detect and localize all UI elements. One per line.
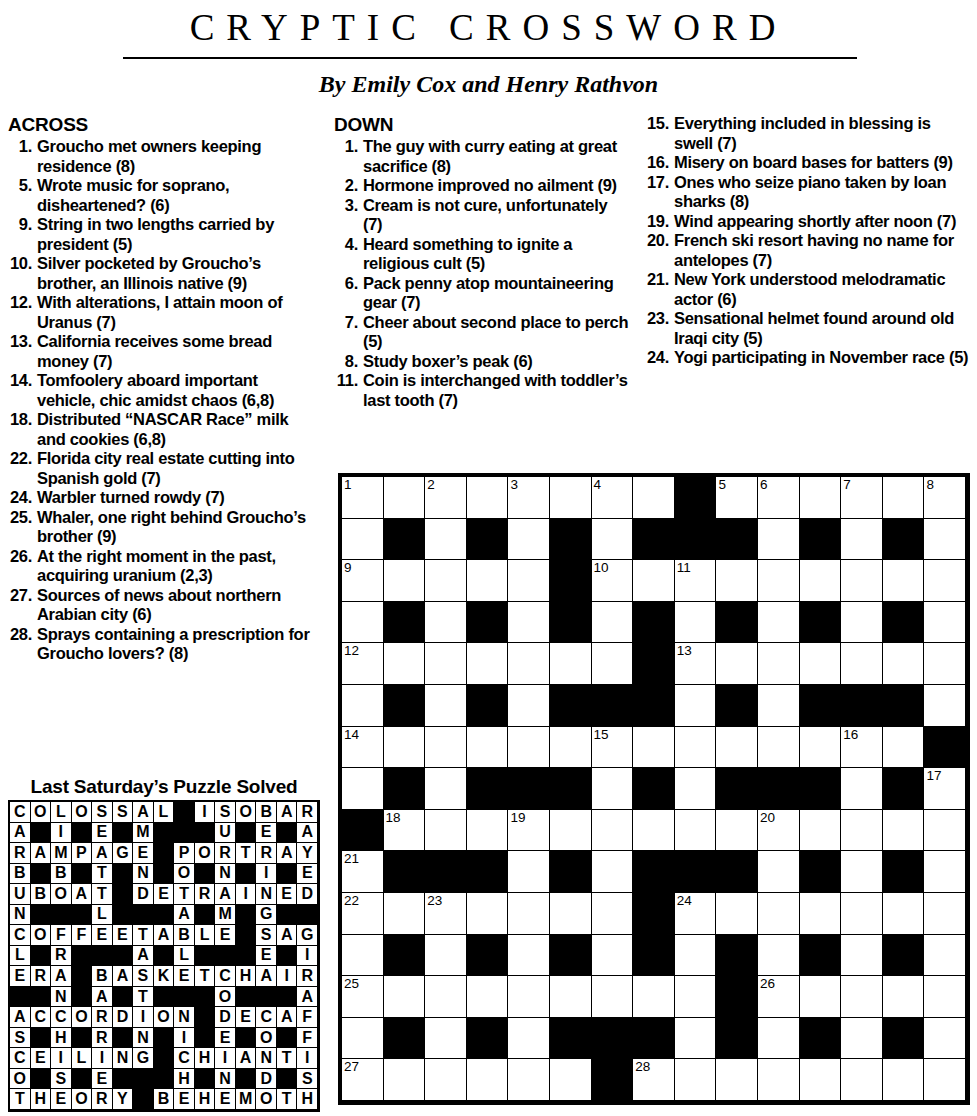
solved-cell-letter: A (215, 884, 236, 905)
puzzle-cell[interactable] (716, 810, 758, 852)
puzzle-cell[interactable]: 20 (758, 810, 800, 852)
solved-cell-letter: S (51, 1069, 72, 1090)
solved-cell-letter: P (174, 843, 195, 864)
puzzle-cell[interactable] (592, 851, 634, 893)
puzzle-cell-black (716, 768, 758, 810)
solved-cell-black (154, 1028, 175, 1049)
puzzle-cell[interactable] (508, 976, 550, 1018)
puzzle-cell[interactable]: 23 (425, 893, 467, 935)
puzzle-cell[interactable] (384, 727, 426, 769)
puzzle-cell[interactable]: 4 (592, 477, 634, 519)
puzzle-cell[interactable] (384, 893, 426, 935)
solved-cell-letter: T (92, 864, 113, 885)
puzzle-cell[interactable] (883, 727, 925, 769)
puzzle-cell[interactable] (384, 976, 426, 1018)
clue: 18.Distributed “NASCAR Race” milk and co… (8, 410, 310, 449)
puzzle-cell[interactable] (425, 519, 467, 561)
cell-number: 13 (677, 644, 692, 658)
puzzle-cell[interactable] (924, 643, 966, 685)
puzzle-cell[interactable] (425, 560, 467, 602)
puzzle-cell[interactable]: 26 (758, 976, 800, 1018)
puzzle-cell[interactable] (467, 976, 509, 1018)
solved-cell-black (195, 864, 216, 885)
puzzle-cell-black (384, 851, 426, 893)
puzzle-cell[interactable] (592, 935, 634, 977)
solved-cell-black (154, 1069, 175, 1090)
puzzle-cell[interactable] (841, 768, 883, 810)
puzzle-cell[interactable] (675, 1018, 717, 1060)
clue: 24.Warbler turned rowdy (7) (8, 488, 310, 508)
puzzle-cell[interactable]: 13 (675, 643, 717, 685)
clue-text: Florida city real estate cutting into Sp… (37, 449, 310, 488)
puzzle-cell-black (716, 685, 758, 727)
puzzle-cell[interactable] (841, 1018, 883, 1060)
puzzle-cell[interactable] (758, 851, 800, 893)
solved-cell-black (154, 905, 175, 926)
solved-cell-letter: D (133, 884, 154, 905)
across-clue-list: ACROSS1.Groucho met owners keeping resid… (8, 114, 310, 664)
puzzle-cell[interactable] (675, 727, 717, 769)
puzzle-cell-black (924, 727, 966, 769)
clue-number: 20. (645, 231, 674, 270)
puzzle-cell[interactable] (841, 810, 883, 852)
solved-cell-black (113, 823, 134, 844)
solved-cell-black (277, 823, 298, 844)
solved-cell-black (154, 946, 175, 967)
puzzle-cell-black (800, 685, 842, 727)
solved-cell-letter: N (256, 884, 277, 905)
puzzle-cell[interactable] (675, 1059, 717, 1101)
solved-cell-letter: B (10, 864, 31, 885)
solved-cell-letter: T (174, 884, 195, 905)
solved-cell-letter: O (154, 1007, 175, 1028)
clue: 8.Study boxer’s peak (6) (334, 352, 630, 372)
puzzle-cell[interactable] (924, 1018, 966, 1060)
puzzle-cell[interactable] (508, 851, 550, 893)
puzzle-cell[interactable] (924, 893, 966, 935)
puzzle-cell[interactable] (758, 893, 800, 935)
puzzle-cell[interactable] (841, 935, 883, 977)
puzzle-cell[interactable] (800, 810, 842, 852)
solved-cell-letter: R (92, 1028, 113, 1049)
cell-number: 1 (344, 478, 352, 492)
puzzle-cell-black (467, 685, 509, 727)
solved-cell-black (72, 1069, 93, 1090)
clue-text: With alterations, I attain moon of Uranu… (37, 293, 310, 332)
puzzle-cell[interactable] (508, 727, 550, 769)
solved-cell-letter: L (174, 946, 195, 967)
clue-number: 10. (8, 254, 37, 293)
solved-cell-letter: R (256, 843, 277, 864)
puzzle-cell[interactable] (592, 810, 634, 852)
puzzle-cell[interactable]: 18 (384, 810, 426, 852)
solved-cell-letter: N (215, 1069, 236, 1090)
puzzle-cell[interactable]: 3 (508, 477, 550, 519)
puzzle-cell[interactable] (467, 560, 509, 602)
puzzle-cell[interactable] (800, 1059, 842, 1101)
puzzle-cell[interactable] (633, 727, 675, 769)
puzzle-cell[interactable] (550, 477, 592, 519)
clue-text: Sprays containing a prescription for Gro… (37, 625, 310, 664)
puzzle-cell[interactable]: 11 (675, 560, 717, 602)
solved-cell-letter: I (195, 802, 216, 823)
puzzle-cell[interactable] (467, 893, 509, 935)
solved-cell-letter: E (215, 1089, 236, 1110)
clue-text: Tomfoolery aboard important vehicle, chi… (37, 371, 310, 410)
clue-number: 19. (645, 212, 674, 232)
puzzle-cell-black (800, 851, 842, 893)
byline: By Emily Cox and Henry Rathvon (0, 71, 977, 98)
clue-number: 24. (645, 348, 674, 368)
puzzle-cell[interactable] (675, 976, 717, 1018)
cell-number: 10 (594, 561, 609, 575)
puzzle-cell[interactable] (384, 560, 426, 602)
clue: 7.Cheer about second place to perch (5) (334, 313, 630, 352)
puzzle-cell[interactable] (675, 935, 717, 977)
puzzle-cell[interactable] (508, 893, 550, 935)
solved-cell-letter: R (10, 843, 31, 864)
solved-cell-black (31, 987, 52, 1008)
clue-text: Groucho met owners keeping residence (8) (37, 137, 310, 176)
puzzle-cell[interactable] (425, 727, 467, 769)
puzzle-cell[interactable] (883, 643, 925, 685)
puzzle-cell[interactable] (425, 602, 467, 644)
clue-text: Yogi participating in November race (5) (674, 348, 971, 368)
puzzle-cell-black (675, 519, 717, 561)
puzzle-cell[interactable] (924, 976, 966, 1018)
puzzle-cell[interactable] (633, 477, 675, 519)
puzzle-cell[interactable] (924, 685, 966, 727)
puzzle-cell[interactable] (467, 727, 509, 769)
puzzle-cell[interactable] (841, 893, 883, 935)
solved-cell-letter: A (31, 843, 52, 864)
cell-number: 5 (718, 478, 726, 492)
solved-cell-letter: A (133, 946, 154, 967)
puzzle-cell[interactable]: 24 (675, 893, 717, 935)
puzzle-cell[interactable]: 17 (924, 768, 966, 810)
puzzle-cell[interactable] (425, 976, 467, 1018)
puzzle-cell[interactable] (758, 1018, 800, 1060)
puzzle-cell[interactable] (550, 976, 592, 1018)
clue-text: New York understood melodramatic actor (… (674, 270, 971, 309)
puzzle-cell[interactable] (592, 519, 634, 561)
puzzle-cell[interactable] (716, 893, 758, 935)
puzzle-cell[interactable]: 22 (342, 893, 384, 935)
puzzle-cell[interactable] (550, 810, 592, 852)
clue: 9.String in two lengths carried by presi… (8, 215, 310, 254)
puzzle-cell-black (883, 935, 925, 977)
solved-cell-letter: H (195, 1089, 216, 1110)
cell-number: 11 (677, 561, 691, 575)
puzzle-cell[interactable]: 9 (342, 560, 384, 602)
puzzle-cell[interactable] (592, 643, 634, 685)
solved-cell-letter: C (256, 1007, 277, 1028)
puzzle-cell-black (883, 685, 925, 727)
solved-cell-letter: A (174, 905, 195, 926)
puzzle-cell[interactable] (425, 643, 467, 685)
solved-cell-letter: N (133, 864, 154, 885)
clue-number: 22. (8, 449, 37, 488)
solved-cell-black (113, 1028, 134, 1049)
puzzle-cell[interactable] (800, 893, 842, 935)
solved-cell-letter: C (10, 1048, 31, 1069)
cell-number: 2 (427, 478, 435, 492)
solved-cell-letter: G (297, 925, 318, 946)
puzzle-cell[interactable] (508, 1018, 550, 1060)
puzzle-cell[interactable] (467, 643, 509, 685)
puzzle-cell[interactable] (508, 560, 550, 602)
cell-number: 17 (926, 769, 941, 783)
solved-cell-letter: T (133, 925, 154, 946)
puzzle-cell[interactable] (758, 643, 800, 685)
puzzle-cell[interactable] (425, 1018, 467, 1060)
solved-cell-black (72, 905, 93, 926)
solved-cell-black (195, 1069, 216, 1090)
puzzle-cell[interactable] (508, 519, 550, 561)
puzzle-cell[interactable] (425, 1059, 467, 1101)
puzzle-cell-black (633, 851, 675, 893)
puzzle-cell-black (716, 935, 758, 977)
puzzle-cell[interactable] (342, 768, 384, 810)
puzzle-cell[interactable] (841, 519, 883, 561)
puzzle-cell[interactable] (550, 727, 592, 769)
puzzle-cell[interactable] (425, 685, 467, 727)
puzzle-cell[interactable] (758, 560, 800, 602)
solved-cell-black (31, 946, 52, 967)
puzzle-cell[interactable]: 5 (716, 477, 758, 519)
puzzle-cell[interactable] (716, 727, 758, 769)
puzzle-cell[interactable] (633, 976, 675, 1018)
puzzle-cell[interactable] (675, 685, 717, 727)
solved-cell-letter: R (297, 802, 318, 823)
clue-number: 26. (8, 547, 37, 586)
puzzle-cell[interactable] (592, 893, 634, 935)
puzzle-cell[interactable]: 12 (342, 643, 384, 685)
puzzle-cell[interactable] (550, 893, 592, 935)
puzzle-cell[interactable] (425, 810, 467, 852)
clue: 1.Groucho met owners keeping residence (… (8, 137, 310, 176)
clue: 25.Whaler, one right behind Groucho’s br… (8, 508, 310, 547)
puzzle-cell[interactable] (841, 643, 883, 685)
puzzle-cell[interactable] (924, 810, 966, 852)
puzzle-cell[interactable] (467, 1059, 509, 1101)
puzzle-cell[interactable] (924, 602, 966, 644)
solved-cell-letter: A (72, 884, 93, 905)
solved-cell-letter: T (133, 987, 154, 1008)
solved-cell-letter: T (10, 1089, 31, 1110)
solved-cell-letter: O (31, 802, 52, 823)
cell-number: 4 (594, 478, 602, 492)
puzzle-cell[interactable] (675, 810, 717, 852)
puzzle-cell[interactable] (592, 976, 634, 1018)
solved-cell-black (113, 1069, 134, 1090)
puzzle-cell[interactable] (508, 602, 550, 644)
puzzle-cell[interactable] (716, 1059, 758, 1101)
puzzle-cell[interactable] (758, 685, 800, 727)
puzzle-cell[interactable]: 25 (342, 976, 384, 1018)
puzzle-cell[interactable] (384, 643, 426, 685)
puzzle-cell[interactable]: 19 (508, 810, 550, 852)
clue: 11.Coin is interchanged with toddler’s l… (334, 371, 630, 410)
puzzle-cell[interactable] (550, 643, 592, 685)
puzzle-cell[interactable] (425, 935, 467, 977)
solved-cell-letter: G (256, 905, 277, 926)
puzzle-cell-black (716, 1018, 758, 1060)
puzzle-cell[interactable] (633, 560, 675, 602)
solved-cell-letter: A (256, 966, 277, 987)
clue: 16.Misery on board bases for batters (9) (645, 153, 971, 173)
puzzle-cell[interactable] (841, 560, 883, 602)
cell-number: 22 (344, 894, 359, 908)
puzzle-cell[interactable] (384, 477, 426, 519)
clue-text: Wrote music for soprano, disheartened? (… (37, 176, 310, 215)
puzzle-cell[interactable] (924, 935, 966, 977)
solved-cell-letter: N (174, 1007, 195, 1028)
puzzle-cell[interactable] (633, 810, 675, 852)
puzzle-cell-black (550, 602, 592, 644)
puzzle-cell[interactable]: 10 (592, 560, 634, 602)
solved-cell-letter: B (256, 802, 277, 823)
clue-text: Sources of news about northern Arabian c… (37, 586, 310, 625)
solved-cell-black (236, 1069, 257, 1090)
puzzle-cell[interactable] (883, 477, 925, 519)
puzzle-cell-black (800, 1018, 842, 1060)
solved-cell-black (277, 864, 298, 885)
cell-number: 16 (843, 728, 858, 742)
puzzle-cell[interactable] (883, 1059, 925, 1101)
solved-cell-black (195, 946, 216, 967)
solved-cell-letter: S (92, 802, 113, 823)
puzzle-cell[interactable] (592, 602, 634, 644)
puzzle-cell[interactable] (508, 1059, 550, 1101)
solved-cell-letter: N (10, 905, 31, 926)
puzzle-cell[interactable] (758, 935, 800, 977)
puzzle-cell-black (716, 602, 758, 644)
puzzle-cell[interactable] (342, 1018, 384, 1060)
puzzle-cell[interactable] (883, 893, 925, 935)
solved-cell-letter: D (256, 1069, 277, 1090)
puzzle-cell[interactable] (342, 519, 384, 561)
clue-number: 17. (645, 173, 674, 212)
puzzle-cell[interactable] (800, 477, 842, 519)
puzzle-cell[interactable]: 8 (924, 477, 966, 519)
cell-number: 23 (427, 894, 442, 908)
clue: 4.Heard something to ignite a religious … (334, 235, 630, 274)
puzzle-cell[interactable] (841, 976, 883, 1018)
clue: 2.Hormone improved no ailment (9) (334, 176, 630, 196)
puzzle-cell[interactable] (508, 643, 550, 685)
puzzle-cell[interactable]: 6 (758, 477, 800, 519)
puzzle-cell[interactable] (758, 602, 800, 644)
puzzle-cell[interactable]: 16 (841, 727, 883, 769)
puzzle-cell[interactable] (467, 810, 509, 852)
solved-cell-black (31, 1028, 52, 1049)
solved-cell-letter: E (174, 966, 195, 987)
puzzle-cell[interactable]: 2 (425, 477, 467, 519)
clue-number: 27. (8, 586, 37, 625)
solved-cell-letter: A (10, 1007, 31, 1028)
solved-cell-black (277, 1069, 298, 1090)
puzzle-cell[interactable] (592, 768, 634, 810)
solved-cell-letter: Y (113, 1089, 134, 1110)
puzzle-cell-black (384, 935, 426, 977)
clue-text: Coin is interchanged with toddler’s last… (363, 371, 630, 410)
puzzle-cell[interactable] (883, 560, 925, 602)
puzzle-cell[interactable] (924, 1059, 966, 1101)
puzzle-cell[interactable]: 28 (633, 1059, 675, 1101)
puzzle-cell[interactable] (883, 976, 925, 1018)
cell-number: 15 (594, 728, 609, 742)
solved-cell-letter: E (154, 884, 175, 905)
solved-cell-letter: I (174, 1028, 195, 1049)
puzzle-cell[interactable] (467, 477, 509, 519)
puzzle-cell[interactable] (758, 1059, 800, 1101)
puzzle-cell[interactable] (924, 519, 966, 561)
puzzle-cell[interactable]: 1 (342, 477, 384, 519)
puzzle-cell[interactable] (924, 851, 966, 893)
puzzle-cell[interactable] (384, 1059, 426, 1101)
puzzle-cell-black (758, 768, 800, 810)
puzzle-cell[interactable] (758, 519, 800, 561)
solved-cell-black (10, 987, 31, 1008)
clue-number: 7. (334, 313, 363, 352)
solved-cell-letter: L (10, 946, 31, 967)
puzzle-cell[interactable] (550, 1059, 592, 1101)
solved-cell-letter: L (92, 905, 113, 926)
puzzle-cell[interactable] (758, 727, 800, 769)
puzzle-cell[interactable] (425, 768, 467, 810)
puzzle-cell[interactable]: 14 (342, 727, 384, 769)
solved-cell-black (72, 1028, 93, 1049)
solved-cell-letter: S (133, 966, 154, 987)
puzzle-cell[interactable] (508, 935, 550, 977)
puzzle-cell[interactable] (800, 560, 842, 602)
puzzle-cell[interactable]: 21 (342, 851, 384, 893)
solved-cell-letter: N (51, 987, 72, 1008)
puzzle-cell[interactable] (841, 602, 883, 644)
puzzle-cell[interactable] (342, 602, 384, 644)
solved-cell-black (195, 987, 216, 1008)
puzzle-cell[interactable] (675, 768, 717, 810)
puzzle-cell[interactable] (508, 685, 550, 727)
puzzle-cell[interactable] (841, 851, 883, 893)
puzzle-cell[interactable] (342, 935, 384, 977)
clue-text: Cream is not cure, unfortunately (7) (363, 196, 630, 235)
puzzle-cell[interactable] (800, 643, 842, 685)
clue-text: Sensational helmet found around old Iraq… (674, 309, 971, 348)
puzzle-cell[interactable] (800, 727, 842, 769)
puzzle-cell[interactable] (675, 602, 717, 644)
solved-cell-letter: E (215, 1028, 236, 1049)
puzzle-cell-black (633, 685, 675, 727)
puzzle-cell[interactable] (841, 1059, 883, 1101)
solved-cell-black (256, 987, 277, 1008)
solved-cell-letter: U (10, 884, 31, 905)
puzzle-cell[interactable] (924, 560, 966, 602)
puzzle-cell-black (800, 768, 842, 810)
puzzle-cell[interactable]: 7 (841, 477, 883, 519)
puzzle-cell[interactable] (716, 560, 758, 602)
clue-number: 1. (8, 137, 37, 176)
puzzle-cell[interactable] (883, 810, 925, 852)
puzzle-cell[interactable] (800, 976, 842, 1018)
solved-cell-letter: M (215, 905, 236, 926)
puzzle-cell[interactable] (342, 685, 384, 727)
puzzle-cell[interactable]: 15 (592, 727, 634, 769)
puzzle-cell[interactable]: 27 (342, 1059, 384, 1101)
puzzle-cell[interactable] (716, 643, 758, 685)
clue-number: 5. (8, 176, 37, 215)
